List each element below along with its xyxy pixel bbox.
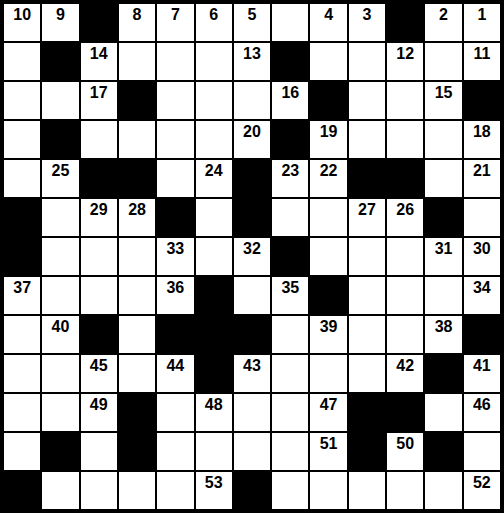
cell-r4c6[interactable] xyxy=(196,121,232,158)
cell-r9c1[interactable] xyxy=(4,316,40,353)
cell-r8c7[interactable] xyxy=(234,277,270,314)
cell-r3c10[interactable] xyxy=(349,82,385,119)
cell-r7c6[interactable] xyxy=(196,238,232,275)
clue-number-38: 38 xyxy=(435,316,453,335)
cell-r7c11[interactable] xyxy=(387,238,423,275)
cell-r2c11[interactable]: 12 xyxy=(387,43,423,80)
clue-number-53: 53 xyxy=(205,472,223,491)
cell-r11c9[interactable]: 47 xyxy=(310,394,346,431)
cell-r9c10[interactable] xyxy=(349,316,385,353)
cell-r3c12[interactable]: 15 xyxy=(425,82,461,119)
cell-r2c1[interactable] xyxy=(4,43,40,80)
cell-r3c6[interactable] xyxy=(196,82,232,119)
cell-r12c13[interactable] xyxy=(464,433,500,470)
cell-r6c13[interactable] xyxy=(464,199,500,236)
block-r5c11 xyxy=(387,160,423,197)
clue-number-32: 32 xyxy=(243,238,261,257)
cell-r1c12[interactable]: 2 xyxy=(425,4,461,41)
cell-r1c10[interactable]: 3 xyxy=(349,4,385,41)
cell-r6c8[interactable] xyxy=(272,199,308,236)
cell-r6c11[interactable]: 26 xyxy=(387,199,423,236)
block-r5c10 xyxy=(349,160,385,197)
cell-r13c6[interactable]: 53 xyxy=(196,472,232,509)
block-r4c2 xyxy=(42,121,78,158)
clue-number-25: 25 xyxy=(52,160,70,179)
clue-number-27: 27 xyxy=(358,199,376,218)
cell-r5c2[interactable]: 25 xyxy=(42,160,78,197)
clue-number-24: 24 xyxy=(205,160,223,179)
cell-r5c13[interactable]: 21 xyxy=(464,160,500,197)
cell-r2c3[interactable]: 14 xyxy=(81,43,117,80)
block-r3c13 xyxy=(464,82,500,119)
clue-number-50: 50 xyxy=(396,433,414,452)
clue-number-1: 1 xyxy=(477,4,486,23)
cell-r13c12[interactable] xyxy=(425,472,461,509)
clue-number-13: 13 xyxy=(243,43,261,62)
cell-r4c5[interactable] xyxy=(157,121,193,158)
cell-r4c7[interactable]: 20 xyxy=(234,121,270,158)
clue-number-3: 3 xyxy=(362,4,371,23)
cell-r1c1[interactable]: 10 xyxy=(4,4,40,41)
cell-r7c10[interactable] xyxy=(349,238,385,275)
cell-r13c13[interactable]: 52 xyxy=(464,472,500,509)
block-r6c1 xyxy=(4,199,40,236)
clue-number-23: 23 xyxy=(281,160,299,179)
cell-r11c7[interactable] xyxy=(234,394,270,431)
cell-r11c8[interactable] xyxy=(272,394,308,431)
block-r10c6 xyxy=(196,355,232,392)
clue-number-29: 29 xyxy=(90,199,108,218)
cell-r6c6[interactable] xyxy=(196,199,232,236)
cell-r8c13[interactable]: 34 xyxy=(464,277,500,314)
block-r9c5 xyxy=(157,316,193,353)
block-r2c2 xyxy=(42,43,78,80)
clue-number-19: 19 xyxy=(320,121,338,140)
clue-number-15: 15 xyxy=(435,82,453,101)
cell-r9c12[interactable]: 38 xyxy=(425,316,461,353)
cell-r4c13[interactable]: 18 xyxy=(464,121,500,158)
block-r3c9 xyxy=(310,82,346,119)
cell-r5c1[interactable] xyxy=(4,160,40,197)
cell-r3c1[interactable] xyxy=(4,82,40,119)
clue-number-33: 33 xyxy=(166,238,184,257)
cell-r13c4[interactable] xyxy=(119,472,155,509)
block-r4c8 xyxy=(272,121,308,158)
block-r12c12 xyxy=(425,433,461,470)
cell-r4c4[interactable] xyxy=(119,121,155,158)
clue-number-16: 16 xyxy=(281,82,299,101)
cell-r5c5[interactable] xyxy=(157,160,193,197)
clue-number-39: 39 xyxy=(320,316,338,335)
clue-number-2: 2 xyxy=(439,4,448,23)
block-r1c11 xyxy=(387,4,423,41)
cell-r4c11[interactable] xyxy=(387,121,423,158)
block-r12c4 xyxy=(119,433,155,470)
cell-r10c9[interactable] xyxy=(310,355,346,392)
cell-r12c8[interactable] xyxy=(272,433,308,470)
clue-number-51: 51 xyxy=(320,433,338,452)
clue-number-9: 9 xyxy=(56,4,65,23)
cell-r9c9[interactable]: 39 xyxy=(310,316,346,353)
clue-number-52: 52 xyxy=(473,472,491,491)
clue-number-49: 49 xyxy=(90,394,108,413)
cell-r10c11[interactable]: 42 xyxy=(387,355,423,392)
cell-r1c8[interactable] xyxy=(272,4,308,41)
clue-number-21: 21 xyxy=(473,160,491,179)
cell-r11c2[interactable] xyxy=(42,394,78,431)
cell-r8c8[interactable]: 35 xyxy=(272,277,308,314)
cell-r4c1[interactable] xyxy=(4,121,40,158)
clue-number-30: 30 xyxy=(473,238,491,257)
clue-number-17: 17 xyxy=(90,82,108,101)
cell-r3c5[interactable] xyxy=(157,82,193,119)
cell-r8c2[interactable] xyxy=(42,277,78,314)
cell-r13c10[interactable] xyxy=(349,472,385,509)
cell-r8c1[interactable]: 37 xyxy=(4,277,40,314)
block-r10c12 xyxy=(425,355,461,392)
block-r5c3 xyxy=(81,160,117,197)
clue-number-40: 40 xyxy=(52,316,70,335)
cell-r7c5[interactable]: 33 xyxy=(157,238,193,275)
block-r12c2 xyxy=(42,433,78,470)
cell-r13c9[interactable] xyxy=(310,472,346,509)
block-r11c11 xyxy=(387,394,423,431)
block-r11c4 xyxy=(119,394,155,431)
block-r3c4 xyxy=(119,82,155,119)
cell-r1c7[interactable]: 5 xyxy=(234,4,270,41)
cell-r1c5[interactable]: 7 xyxy=(157,4,193,41)
block-r1c3 xyxy=(81,4,117,41)
cell-r1c9[interactable]: 4 xyxy=(310,4,346,41)
block-r13c1 xyxy=(4,472,40,509)
block-r9c13 xyxy=(464,316,500,353)
block-r8c9 xyxy=(310,277,346,314)
cell-r8c10[interactable] xyxy=(349,277,385,314)
cell-r7c12[interactable]: 31 xyxy=(425,238,461,275)
cell-r5c6[interactable]: 24 xyxy=(196,160,232,197)
cell-r3c8[interactable]: 16 xyxy=(272,82,308,119)
cell-r13c3[interactable] xyxy=(81,472,117,509)
cell-r11c6[interactable]: 48 xyxy=(196,394,232,431)
cell-r9c2[interactable]: 40 xyxy=(42,316,78,353)
cell-r8c3[interactable] xyxy=(81,277,117,314)
block-r7c1 xyxy=(4,238,40,275)
cell-r7c4[interactable] xyxy=(119,238,155,275)
cell-r10c4[interactable] xyxy=(119,355,155,392)
cell-r2c7[interactable]: 13 xyxy=(234,43,270,80)
cell-r12c7[interactable] xyxy=(234,433,270,470)
clue-number-10: 10 xyxy=(13,4,31,23)
cell-r10c5[interactable]: 44 xyxy=(157,355,193,392)
block-r6c12 xyxy=(425,199,461,236)
cell-r10c3[interactable]: 45 xyxy=(81,355,117,392)
block-r2c8 xyxy=(272,43,308,80)
clue-number-20: 20 xyxy=(243,121,261,140)
cell-r12c5[interactable] xyxy=(157,433,193,470)
cell-r2c10[interactable] xyxy=(349,43,385,80)
cell-r8c12[interactable] xyxy=(425,277,461,314)
cell-r6c9[interactable] xyxy=(310,199,346,236)
cell-r8c5[interactable]: 36 xyxy=(157,277,193,314)
cell-r12c9[interactable]: 51 xyxy=(310,433,346,470)
clue-number-6: 6 xyxy=(209,4,218,23)
clue-number-37: 37 xyxy=(13,277,31,296)
block-r7c8 xyxy=(272,238,308,275)
clue-number-46: 46 xyxy=(473,394,491,413)
cell-r1c13[interactable]: 1 xyxy=(464,4,500,41)
crossword-board: 1098765432114131211171615201918252423222… xyxy=(0,0,504,513)
cell-r10c8[interactable] xyxy=(272,355,308,392)
cell-r12c3[interactable] xyxy=(81,433,117,470)
cell-r2c6[interactable] xyxy=(196,43,232,80)
clue-number-4: 4 xyxy=(324,4,333,23)
cell-r7c2[interactable] xyxy=(42,238,78,275)
block-r9c6 xyxy=(196,316,232,353)
cell-r1c2[interactable]: 9 xyxy=(42,4,78,41)
cell-r11c3[interactable]: 49 xyxy=(81,394,117,431)
cell-r13c2[interactable] xyxy=(42,472,78,509)
clue-number-48: 48 xyxy=(205,394,223,413)
cell-r10c7[interactable]: 43 xyxy=(234,355,270,392)
clue-number-35: 35 xyxy=(281,277,299,296)
block-r6c5 xyxy=(157,199,193,236)
block-r8c6 xyxy=(196,277,232,314)
cell-r12c1[interactable] xyxy=(4,433,40,470)
clue-number-8: 8 xyxy=(133,4,142,23)
cell-r13c11[interactable] xyxy=(387,472,423,509)
cell-r2c13[interactable]: 11 xyxy=(464,43,500,80)
cell-r4c12[interactable] xyxy=(425,121,461,158)
clue-number-5: 5 xyxy=(248,4,257,23)
cell-r5c12[interactable] xyxy=(425,160,461,197)
clue-number-44: 44 xyxy=(166,355,184,374)
cell-r8c11[interactable] xyxy=(387,277,423,314)
cell-r8c4[interactable] xyxy=(119,277,155,314)
cell-r7c13[interactable]: 30 xyxy=(464,238,500,275)
cell-r6c3[interactable]: 29 xyxy=(81,199,117,236)
cell-r2c4[interactable] xyxy=(119,43,155,80)
cell-r2c5[interactable] xyxy=(157,43,193,80)
cell-r9c8[interactable] xyxy=(272,316,308,353)
cell-r4c3[interactable] xyxy=(81,121,117,158)
block-r9c3 xyxy=(81,316,117,353)
clue-number-28: 28 xyxy=(128,199,146,218)
cell-r1c6[interactable]: 6 xyxy=(196,4,232,41)
cell-r10c2[interactable] xyxy=(42,355,78,392)
cell-r11c5[interactable] xyxy=(157,394,193,431)
cell-r2c9[interactable] xyxy=(310,43,346,80)
cell-r3c7[interactable] xyxy=(234,82,270,119)
clue-number-42: 42 xyxy=(396,355,414,374)
cell-r11c12[interactable] xyxy=(425,394,461,431)
cell-r10c1[interactable] xyxy=(4,355,40,392)
cell-r2c12[interactable] xyxy=(425,43,461,80)
cell-r3c11[interactable] xyxy=(387,82,423,119)
cell-r12c6[interactable] xyxy=(196,433,232,470)
cell-r9c4[interactable] xyxy=(119,316,155,353)
cell-r4c10[interactable] xyxy=(349,121,385,158)
cell-r1c4[interactable]: 8 xyxy=(119,4,155,41)
cell-r5c9[interactable]: 22 xyxy=(310,160,346,197)
cell-r10c10[interactable] xyxy=(349,355,385,392)
cell-r7c3[interactable] xyxy=(81,238,117,275)
clue-number-7: 7 xyxy=(171,4,180,23)
cell-r11c1[interactable] xyxy=(4,394,40,431)
cell-r11c13[interactable]: 46 xyxy=(464,394,500,431)
block-r5c7 xyxy=(234,160,270,197)
block-r6c7 xyxy=(234,199,270,236)
cell-r6c4[interactable]: 28 xyxy=(119,199,155,236)
cell-r7c9[interactable] xyxy=(310,238,346,275)
clue-number-11: 11 xyxy=(473,43,490,62)
cell-r3c2[interactable] xyxy=(42,82,78,119)
clue-number-26: 26 xyxy=(396,199,414,218)
cell-r12c11[interactable]: 50 xyxy=(387,433,423,470)
clue-number-36: 36 xyxy=(166,277,184,296)
block-r13c7 xyxy=(234,472,270,509)
clue-number-41: 41 xyxy=(473,355,491,374)
cell-r6c10[interactable]: 27 xyxy=(349,199,385,236)
block-r12c10 xyxy=(349,433,385,470)
clue-number-34: 34 xyxy=(473,277,491,296)
cell-r7c7[interactable]: 32 xyxy=(234,238,270,275)
cell-r5c8[interactable]: 23 xyxy=(272,160,308,197)
clue-number-22: 22 xyxy=(320,160,338,179)
cell-r3c3[interactable]: 17 xyxy=(81,82,117,119)
block-r9c7 xyxy=(234,316,270,353)
cell-r13c8[interactable] xyxy=(272,472,308,509)
block-r5c4 xyxy=(119,160,155,197)
cell-r6c2[interactable] xyxy=(42,199,78,236)
block-r11c10 xyxy=(349,394,385,431)
cell-r13c5[interactable] xyxy=(157,472,193,509)
clue-number-47: 47 xyxy=(320,394,338,413)
clue-number-31: 31 xyxy=(435,238,453,257)
cell-r9c11[interactable] xyxy=(387,316,423,353)
cell-r10c13[interactable]: 41 xyxy=(464,355,500,392)
clue-number-43: 43 xyxy=(243,355,261,374)
clue-number-12: 12 xyxy=(396,43,414,62)
clue-number-14: 14 xyxy=(90,43,108,62)
cell-r4c9[interactable]: 19 xyxy=(310,121,346,158)
clue-number-45: 45 xyxy=(90,355,108,374)
clue-number-18: 18 xyxy=(473,121,491,140)
